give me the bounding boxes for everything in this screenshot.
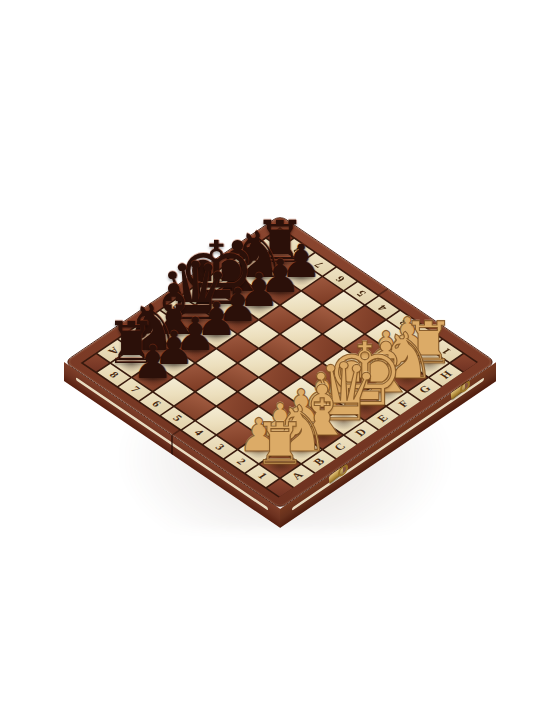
coord-label: 2	[233, 456, 249, 467]
piece-black-pawn: ♟	[132, 345, 173, 383]
coord-label: A	[289, 470, 307, 482]
coord-label: C	[331, 441, 349, 453]
coord-label: 8	[106, 370, 122, 381]
photo-stage: 87654321H♜♟♟♜HG♞♟♟♞GF♝♟♟♝FE♚♟♟♚ED♛♟♟♛DC♝…	[0, 0, 540, 720]
coord-label: 6	[148, 398, 164, 409]
coord-label: 6	[332, 273, 348, 284]
coord-label: 4	[191, 427, 207, 438]
coord-label: 3	[212, 442, 228, 453]
coord-label: G	[416, 383, 434, 396]
coord-label: B	[310, 456, 327, 468]
piece-white-rook: ♜	[254, 421, 306, 469]
fold-seam-edge	[171, 435, 173, 455]
coord-label: 7	[127, 384, 143, 395]
coord-label: 5	[170, 413, 186, 424]
coord-label: 5	[353, 288, 369, 299]
coord-label: H	[437, 369, 455, 382]
coord-label: 1	[254, 471, 270, 482]
coord-label: D	[352, 427, 370, 439]
